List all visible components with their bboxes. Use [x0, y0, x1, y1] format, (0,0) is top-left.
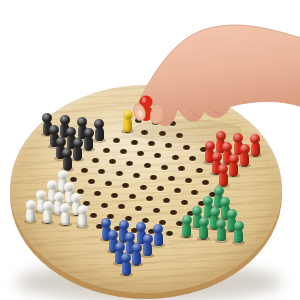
held-peg-highlight [142, 97, 146, 103]
hand-shadow [130, 119, 242, 143]
hand-holding-peg [0, 0, 300, 300]
chinese-checkers-photo [0, 0, 300, 300]
